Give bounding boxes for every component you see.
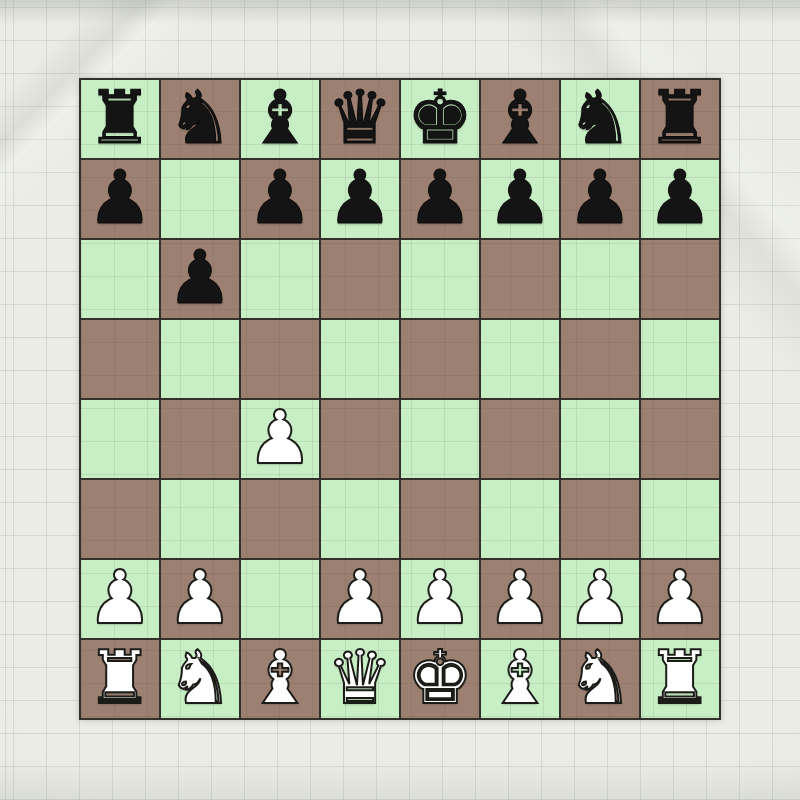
square-b6[interactable]: ♟: [161, 240, 239, 318]
square-g1[interactable]: ♞: [561, 640, 639, 718]
square-d3[interactable]: [321, 480, 399, 558]
square-a4[interactable]: [81, 400, 159, 478]
square-c2[interactable]: [241, 560, 319, 638]
square-h4[interactable]: [641, 400, 719, 478]
square-c7[interactable]: ♟: [241, 160, 319, 238]
square-h2[interactable]: ♟: [641, 560, 719, 638]
square-d5[interactable]: [321, 320, 399, 398]
square-g2[interactable]: ♟: [561, 560, 639, 638]
square-h8[interactable]: ♜: [641, 80, 719, 158]
piece-white-pawn[interactable]: ♟: [647, 560, 713, 634]
chess-board[interactable]: ♜♞♝♛♚♝♞♜♟♟♟♟♟♟♟♟♟♟♟♟♟♟♟♟♜♞♝♛♚♝♞♜: [79, 78, 721, 720]
piece-white-knight[interactable]: ♞: [167, 640, 233, 714]
piece-white-king[interactable]: ♚: [407, 640, 473, 714]
square-c6[interactable]: [241, 240, 319, 318]
piece-black-pawn[interactable]: ♟: [247, 160, 313, 234]
board-grid: ♜♞♝♛♚♝♞♜♟♟♟♟♟♟♟♟♟♟♟♟♟♟♟♟♜♞♝♛♚♝♞♜: [81, 80, 719, 718]
square-c3[interactable]: [241, 480, 319, 558]
square-e3[interactable]: [401, 480, 479, 558]
piece-black-pawn[interactable]: ♟: [567, 160, 633, 234]
piece-white-knight[interactable]: ♞: [567, 640, 633, 714]
square-e7[interactable]: ♟: [401, 160, 479, 238]
square-c4[interactable]: ♟: [241, 400, 319, 478]
piece-white-rook[interactable]: ♜: [647, 640, 713, 714]
piece-black-rook[interactable]: ♜: [647, 80, 713, 154]
graph-paper-background: ♜♞♝♛♚♝♞♜♟♟♟♟♟♟♟♟♟♟♟♟♟♟♟♟♜♞♝♛♚♝♞♜: [0, 0, 800, 800]
piece-white-pawn[interactable]: ♟: [487, 560, 553, 634]
square-d4[interactable]: [321, 400, 399, 478]
square-b2[interactable]: ♟: [161, 560, 239, 638]
square-a1[interactable]: ♜: [81, 640, 159, 718]
piece-black-pawn[interactable]: ♟: [487, 160, 553, 234]
piece-white-pawn[interactable]: ♟: [407, 560, 473, 634]
square-e4[interactable]: [401, 400, 479, 478]
square-g5[interactable]: [561, 320, 639, 398]
square-b8[interactable]: ♞: [161, 80, 239, 158]
square-h1[interactable]: ♜: [641, 640, 719, 718]
piece-white-queen[interactable]: ♛: [327, 640, 393, 714]
piece-black-pawn[interactable]: ♟: [167, 240, 233, 314]
piece-white-bishop[interactable]: ♝: [247, 640, 313, 714]
square-h3[interactable]: [641, 480, 719, 558]
square-a3[interactable]: [81, 480, 159, 558]
square-a8[interactable]: ♜: [81, 80, 159, 158]
square-f3[interactable]: [481, 480, 559, 558]
piece-white-pawn[interactable]: ♟: [567, 560, 633, 634]
square-b7[interactable]: [161, 160, 239, 238]
square-f5[interactable]: [481, 320, 559, 398]
square-f2[interactable]: ♟: [481, 560, 559, 638]
square-g3[interactable]: [561, 480, 639, 558]
square-b3[interactable]: [161, 480, 239, 558]
square-c8[interactable]: ♝: [241, 80, 319, 158]
square-g6[interactable]: [561, 240, 639, 318]
piece-white-pawn[interactable]: ♟: [247, 400, 313, 474]
square-d2[interactable]: ♟: [321, 560, 399, 638]
square-a7[interactable]: ♟: [81, 160, 159, 238]
piece-black-bishop[interactable]: ♝: [487, 80, 553, 154]
piece-black-knight[interactable]: ♞: [567, 80, 633, 154]
square-f1[interactable]: ♝: [481, 640, 559, 718]
square-c5[interactable]: [241, 320, 319, 398]
square-d7[interactable]: ♟: [321, 160, 399, 238]
square-e1[interactable]: ♚: [401, 640, 479, 718]
square-g8[interactable]: ♞: [561, 80, 639, 158]
square-a5[interactable]: [81, 320, 159, 398]
square-e2[interactable]: ♟: [401, 560, 479, 638]
piece-black-pawn[interactable]: ♟: [327, 160, 393, 234]
square-a6[interactable]: [81, 240, 159, 318]
square-e6[interactable]: [401, 240, 479, 318]
square-f8[interactable]: ♝: [481, 80, 559, 158]
piece-black-king[interactable]: ♚: [407, 80, 473, 154]
piece-black-bishop[interactable]: ♝: [247, 80, 313, 154]
square-e8[interactable]: ♚: [401, 80, 479, 158]
piece-white-bishop[interactable]: ♝: [487, 640, 553, 714]
square-f7[interactable]: ♟: [481, 160, 559, 238]
piece-black-rook[interactable]: ♜: [87, 80, 153, 154]
square-d8[interactable]: ♛: [321, 80, 399, 158]
square-d1[interactable]: ♛: [321, 640, 399, 718]
piece-black-pawn[interactable]: ♟: [647, 160, 713, 234]
square-b5[interactable]: [161, 320, 239, 398]
square-b1[interactable]: ♞: [161, 640, 239, 718]
piece-black-pawn[interactable]: ♟: [87, 160, 153, 234]
piece-white-rook[interactable]: ♜: [87, 640, 153, 714]
square-d6[interactable]: [321, 240, 399, 318]
square-g4[interactable]: [561, 400, 639, 478]
square-c1[interactable]: ♝: [241, 640, 319, 718]
piece-black-queen[interactable]: ♛: [327, 80, 393, 154]
square-b4[interactable]: [161, 400, 239, 478]
square-g7[interactable]: ♟: [561, 160, 639, 238]
piece-black-knight[interactable]: ♞: [167, 80, 233, 154]
square-f4[interactable]: [481, 400, 559, 478]
square-a2[interactable]: ♟: [81, 560, 159, 638]
square-f6[interactable]: [481, 240, 559, 318]
square-h6[interactable]: [641, 240, 719, 318]
piece-white-pawn[interactable]: ♟: [327, 560, 393, 634]
square-h7[interactable]: ♟: [641, 160, 719, 238]
square-h5[interactable]: [641, 320, 719, 398]
piece-white-pawn[interactable]: ♟: [87, 560, 153, 634]
piece-white-pawn[interactable]: ♟: [167, 560, 233, 634]
square-e5[interactable]: [401, 320, 479, 398]
piece-black-pawn[interactable]: ♟: [407, 160, 473, 234]
